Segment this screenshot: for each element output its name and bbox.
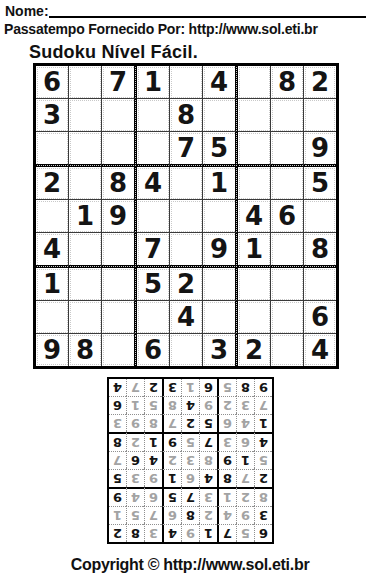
- puzzle-cell-r1c9: 2: [304, 66, 336, 99]
- puzzle-cell-r9c2: 8: [69, 334, 102, 366]
- puzzle-cell-r9c3: [102, 334, 137, 366]
- solution-row-8: 732948516: [109, 396, 272, 414]
- puzzle-cell-r3c4: [137, 132, 170, 167]
- solution-cell-r3c5: 7: [181, 487, 199, 506]
- puzzle-cell-r4c8: [271, 167, 304, 200]
- solution-cell-r2c9: 1: [109, 506, 126, 524]
- solution-cell-r2c6: 6: [162, 506, 181, 524]
- puzzle-cell-r1c7: [238, 66, 271, 99]
- solution-cell-r4c5: 6: [181, 469, 199, 487]
- solution-cell-r8c9: 6: [109, 396, 126, 414]
- solution-row-2: 394286751: [109, 506, 272, 524]
- puzzle-cell-r8c7: [238, 301, 271, 334]
- puzzle-cell-r3c9: 9: [304, 132, 336, 167]
- solution-cell-r4c9: 5: [109, 469, 126, 487]
- puzzle-cell-r3c6: 5: [203, 132, 238, 167]
- solution-cell-r9c2: 8: [236, 379, 254, 396]
- solution-cell-r7c2: 4: [236, 414, 254, 432]
- solution-cell-r5c8: 6: [126, 451, 144, 469]
- solution-cell-r1c9: 2: [109, 524, 126, 542]
- puzzle-cell-r2c1: 3: [36, 99, 69, 132]
- solution-cell-r2c8: 5: [126, 506, 144, 524]
- solution-cell-r1c7: 3: [144, 524, 162, 542]
- solution-cell-r9c3: 5: [217, 379, 236, 396]
- puzzle-cell-r4c4: 4: [137, 167, 170, 200]
- puzzle-cell-r4c1: 2: [36, 167, 69, 200]
- solution-cell-r4c6: 1: [162, 469, 181, 487]
- puzzle-cell-r8c8: [271, 301, 304, 334]
- puzzle-cell-r7c7: [238, 268, 271, 301]
- puzzle-cell-r9c9: 4: [304, 334, 336, 366]
- solution-cell-r1c2: 5: [236, 524, 254, 542]
- solution-cell-r7c8: 9: [126, 414, 144, 432]
- sudoku-solution-grid-rotated: 6571943823942867518213756492784619355198…: [107, 377, 274, 544]
- puzzle-cell-r2c7: [238, 99, 271, 132]
- solution-cell-r6c4: 7: [199, 432, 217, 451]
- solution-cell-r8c1: 7: [254, 396, 272, 414]
- puzzle-cell-r5c9: [304, 200, 336, 233]
- name-fill-line: [49, 16, 366, 18]
- puzzle-cell-r9c8: [271, 334, 304, 366]
- puzzle-cell-r4c5: [170, 167, 203, 200]
- solution-row-6: 463759128: [109, 432, 272, 451]
- puzzle-cell-r5c2: 1: [69, 200, 102, 233]
- solution-cell-r6c1: 4: [254, 432, 272, 451]
- puzzle-cell-r7c1: 1: [36, 268, 69, 301]
- solution-cell-r8c7: 5: [144, 396, 162, 414]
- solution-cell-r3c1: 8: [254, 487, 272, 506]
- solution-row-5: 519832467: [109, 451, 272, 469]
- puzzle-cell-r7c5: 2: [170, 268, 203, 301]
- copyright-text: Copyright © http://www.sol.eti.br: [0, 556, 380, 574]
- puzzle-cell-r6c6: 9: [203, 233, 238, 268]
- solution-cell-r5c4: 8: [199, 451, 217, 469]
- puzzle-cell-r1c4: 1: [137, 66, 170, 99]
- puzzle-cell-r5c5: [170, 200, 203, 233]
- puzzle-cell-r2c4: [137, 99, 170, 132]
- puzzle-cell-r9c6: 3: [203, 334, 238, 366]
- solution-cell-r1c4: 1: [199, 524, 217, 542]
- puzzle-cell-r7c3: [102, 268, 137, 301]
- solution-cell-r3c3: 1: [217, 487, 236, 506]
- puzzle-cell-r2c3: [102, 99, 137, 132]
- puzzle-cell-r1c6: 4: [203, 66, 238, 99]
- puzzle-cell-r7c2: [69, 268, 102, 301]
- solution-cell-r8c6: 8: [162, 396, 181, 414]
- solution-row-3: 821375649: [109, 487, 272, 506]
- solution-cell-r8c3: 2: [217, 396, 236, 414]
- puzzle-cell-r2c5: 8: [170, 99, 203, 132]
- solution-row-9: 985613274: [109, 379, 272, 396]
- solution-cell-r3c8: 4: [126, 487, 144, 506]
- puzzle-cell-r6c7: 1: [238, 233, 271, 268]
- solution-cell-r5c5: 3: [181, 451, 199, 469]
- solution-cell-r7c6: 7: [162, 414, 181, 432]
- puzzle-cell-r5c8: 6: [271, 200, 304, 233]
- solution-cell-r9c8: 7: [126, 379, 144, 396]
- puzzle-row-9: 986324: [36, 334, 336, 366]
- solution-cell-r3c6: 5: [162, 487, 181, 506]
- solution-row-1: 657194382: [109, 524, 272, 542]
- puzzle-cell-r8c9: 6: [304, 301, 336, 334]
- solution-cell-r3c9: 9: [109, 487, 126, 506]
- puzzle-cell-r8c5: 4: [170, 301, 203, 334]
- solution-cell-r6c2: 6: [236, 432, 254, 451]
- solution-cell-r9c6: 3: [162, 379, 181, 396]
- solution-cell-r7c1: 1: [254, 414, 272, 432]
- solution-cell-r9c4: 6: [199, 379, 217, 396]
- puzzle-cell-r8c4: [137, 301, 170, 334]
- puzzle-cell-r3c5: 7: [170, 132, 203, 167]
- puzzle-cell-r4c2: [69, 167, 102, 200]
- puzzle-cell-r4c9: 5: [304, 167, 336, 200]
- puzzle-cell-r1c8: 8: [271, 66, 304, 99]
- puzzle-cell-r3c7: [238, 132, 271, 167]
- puzzle-row-6: 47918: [36, 233, 336, 268]
- puzzle-row-1: 671482: [36, 66, 336, 99]
- solution-cell-r7c3: 6: [217, 414, 236, 432]
- puzzle-cell-r7c9: [304, 268, 336, 301]
- puzzle-cell-r2c2: [69, 99, 102, 132]
- puzzle-row-5: 1946: [36, 200, 336, 233]
- puzzle-cell-r8c6: [203, 301, 238, 334]
- solution-cell-r7c7: 8: [144, 414, 162, 432]
- solution-cell-r2c5: 8: [181, 506, 199, 524]
- solution-cell-r9c1: 9: [254, 379, 272, 396]
- solution-cell-r5c1: 5: [254, 451, 272, 469]
- puzzle-cell-r5c4: [137, 200, 170, 233]
- puzzle-cell-r9c1: 9: [36, 334, 69, 366]
- puzzle-cell-r6c2: [69, 233, 102, 268]
- solution-cell-r3c7: 6: [144, 487, 162, 506]
- solution-cell-r2c1: 3: [254, 506, 272, 524]
- puzzle-cell-r9c7: 2: [238, 334, 271, 366]
- solution-cell-r5c2: 1: [236, 451, 254, 469]
- puzzle-cell-r7c4: 5: [137, 268, 170, 301]
- solution-cell-r4c8: 3: [126, 469, 144, 487]
- puzzle-cell-r4c6: 1: [203, 167, 238, 200]
- puzzle-cell-r1c5: [170, 66, 203, 99]
- puzzle-cell-r4c7: [238, 167, 271, 200]
- solution-cell-r2c3: 4: [217, 506, 236, 524]
- puzzle-cell-r4c3: 8: [102, 167, 137, 200]
- solution-cell-r6c8: 2: [126, 432, 144, 451]
- puzzle-cell-r5c7: 4: [238, 200, 271, 233]
- puzzle-cell-r1c2: [69, 66, 102, 99]
- puzzle-cell-r3c2: [69, 132, 102, 167]
- puzzle-cell-r5c1: [36, 200, 69, 233]
- puzzle-cell-r6c5: [170, 233, 203, 268]
- puzzle-cell-r7c6: [203, 268, 238, 301]
- puzzle-cell-r3c1: [36, 132, 69, 167]
- solution-row-7: 146527893: [109, 414, 272, 432]
- puzzle-cell-r6c1: 4: [36, 233, 69, 268]
- solution-cell-r3c2: 2: [236, 487, 254, 506]
- puzzle-cell-r5c6: [203, 200, 238, 233]
- solution-cell-r3c4: 3: [199, 487, 217, 506]
- solution-cell-r1c6: 4: [162, 524, 181, 542]
- name-label: Nome:: [5, 3, 49, 19]
- solution-cell-r5c9: 7: [109, 451, 126, 469]
- solution-cell-r6c9: 8: [109, 432, 126, 451]
- solution-cell-r4c7: 9: [144, 469, 162, 487]
- solution-cell-r7c4: 5: [199, 414, 217, 432]
- solution-cell-r4c1: 2: [254, 469, 272, 487]
- solution-cell-r9c9: 4: [109, 379, 126, 396]
- solution-cell-r4c2: 7: [236, 469, 254, 487]
- solution-cell-r5c7: 4: [144, 451, 162, 469]
- solution-cell-r2c2: 9: [236, 506, 254, 524]
- solution-cell-r1c5: 9: [181, 524, 199, 542]
- solution-cell-r6c5: 5: [181, 432, 199, 451]
- puzzle-cell-r3c8: [271, 132, 304, 167]
- provided-by-text: Passatempo Fornecido Por: http://www.sol…: [4, 21, 318, 37]
- puzzle-cell-r8c3: [102, 301, 137, 334]
- puzzle-cell-r8c2: [69, 301, 102, 334]
- solution-cell-r6c6: 9: [162, 432, 181, 451]
- puzzle-cell-r3c3: [102, 132, 137, 167]
- solution-cell-r6c7: 1: [144, 432, 162, 451]
- page-title: Sudoku Nível Fácil.: [29, 42, 198, 63]
- sudoku-puzzle-grid: 671482387592841519464791815246986324: [33, 63, 339, 369]
- puzzle-cell-r9c5: [170, 334, 203, 366]
- puzzle-cell-r2c6: [203, 99, 238, 132]
- puzzle-cell-r2c9: [304, 99, 336, 132]
- solution-cell-r8c8: 1: [126, 396, 144, 414]
- solution-cell-r1c8: 8: [126, 524, 144, 542]
- solution-cell-r1c3: 7: [217, 524, 236, 542]
- puzzle-cell-r6c8: [271, 233, 304, 268]
- puzzle-cell-r6c3: [102, 233, 137, 268]
- puzzle-cell-r1c3: 7: [102, 66, 137, 99]
- solution-cell-r8c2: 3: [236, 396, 254, 414]
- puzzle-row-3: 759: [36, 132, 336, 167]
- solution-cell-r9c7: 2: [144, 379, 162, 396]
- solution-cell-r4c4: 4: [199, 469, 217, 487]
- puzzle-row-7: 152: [36, 268, 336, 301]
- solution-row-4: 278461935: [109, 469, 272, 487]
- puzzle-row-2: 38: [36, 99, 336, 132]
- puzzle-cell-r7c8: [271, 268, 304, 301]
- puzzle-cell-r1c1: 6: [36, 66, 69, 99]
- puzzle-cell-r5c3: 9: [102, 200, 137, 233]
- puzzle-cell-r2c8: [271, 99, 304, 132]
- solution-cell-r8c5: 4: [181, 396, 199, 414]
- puzzle-cell-r9c4: 6: [137, 334, 170, 366]
- solution-cell-r9c5: 1: [181, 379, 199, 396]
- solution-cell-r7c9: 3: [109, 414, 126, 432]
- solution-cell-r4c3: 8: [217, 469, 236, 487]
- solution-cell-r6c3: 3: [217, 432, 236, 451]
- solution-cell-r5c3: 9: [217, 451, 236, 469]
- puzzle-cell-r6c9: 8: [304, 233, 336, 268]
- solution-cell-r8c4: 9: [199, 396, 217, 414]
- puzzle-row-8: 46: [36, 301, 336, 334]
- puzzle-cell-r8c1: [36, 301, 69, 334]
- solution-cell-r7c5: 2: [181, 414, 199, 432]
- solution-cell-r2c7: 7: [144, 506, 162, 524]
- solution-cell-r5c6: 2: [162, 451, 181, 469]
- solution-cell-r2c4: 2: [199, 506, 217, 524]
- puzzle-row-4: 28415: [36, 167, 336, 200]
- solution-cell-r1c1: 6: [254, 524, 272, 542]
- puzzle-cell-r6c4: 7: [137, 233, 170, 268]
